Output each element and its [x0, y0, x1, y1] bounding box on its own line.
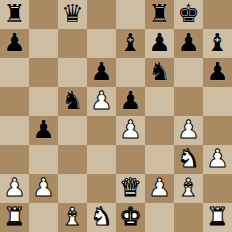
square-a6[interactable] [0, 58, 29, 87]
black-bishop-icon: ♝ [119, 29, 141, 57]
black-king-icon: ♚ [177, 0, 199, 28]
square-c4[interactable] [58, 116, 87, 145]
square-c6[interactable] [58, 58, 87, 87]
square-h5[interactable] [203, 87, 232, 116]
black-queen-icon: ♛ [61, 0, 83, 28]
square-h3[interactable]: ♟ [203, 145, 232, 174]
white-rook-icon: ♜ [3, 203, 25, 231]
square-h7[interactable]: ♝ [203, 29, 232, 58]
square-d6[interactable]: ♟ [87, 58, 116, 87]
square-c3[interactable] [58, 145, 87, 174]
white-pawn-icon: ♟ [148, 174, 170, 202]
square-a1[interactable]: ♜ [0, 203, 29, 232]
square-a8[interactable]: ♜ [0, 0, 29, 29]
square-f4[interactable] [145, 116, 174, 145]
black-pawn-icon: ♟ [90, 58, 112, 86]
square-g1[interactable] [174, 203, 203, 232]
square-a5[interactable] [0, 87, 29, 116]
square-f1[interactable] [145, 203, 174, 232]
square-f6[interactable]: ♞ [145, 58, 174, 87]
black-knight-icon: ♞ [148, 58, 170, 86]
white-bishop-icon: ♝ [177, 174, 199, 202]
black-pawn-icon: ♟ [177, 29, 199, 57]
square-h6[interactable]: ♟ [203, 58, 232, 87]
square-a4[interactable] [0, 116, 29, 145]
square-c1[interactable]: ♝ [58, 203, 87, 232]
square-g2[interactable]: ♝ [174, 174, 203, 203]
square-e4[interactable]: ♟ [116, 116, 145, 145]
white-queen-icon: ♛ [119, 174, 141, 202]
black-rook-icon: ♜ [148, 0, 170, 28]
square-f7[interactable]: ♟ [145, 29, 174, 58]
chess-board: ♜♛♜♚♟♝♟♟♝♟♞♟♞♟♟♟♟♟♞♟♟♟♛♟♝♜♝♞♚♜ [0, 0, 232, 232]
black-pawn-icon: ♟ [148, 29, 170, 57]
square-b6[interactable] [29, 58, 58, 87]
square-c2[interactable] [58, 174, 87, 203]
square-d7[interactable] [87, 29, 116, 58]
square-e8[interactable] [116, 0, 145, 29]
square-e2[interactable]: ♛ [116, 174, 145, 203]
white-pawn-icon: ♟ [32, 174, 54, 202]
square-b3[interactable] [29, 145, 58, 174]
white-pawn-icon: ♟ [177, 116, 199, 144]
square-b7[interactable] [29, 29, 58, 58]
white-rook-icon: ♜ [206, 203, 228, 231]
black-pawn-icon: ♟ [3, 29, 25, 57]
square-e3[interactable] [116, 145, 145, 174]
black-bishop-icon: ♝ [206, 29, 228, 57]
square-d5[interactable]: ♟ [87, 87, 116, 116]
white-knight-icon: ♞ [90, 203, 112, 231]
white-pawn-icon: ♟ [119, 116, 141, 144]
square-f3[interactable] [145, 145, 174, 174]
square-g4[interactable]: ♟ [174, 116, 203, 145]
square-a2[interactable]: ♟ [0, 174, 29, 203]
white-king-icon: ♚ [119, 203, 141, 231]
square-e6[interactable] [116, 58, 145, 87]
black-rook-icon: ♜ [3, 0, 25, 28]
square-a3[interactable] [0, 145, 29, 174]
black-knight-icon: ♞ [61, 87, 83, 115]
square-d2[interactable] [87, 174, 116, 203]
square-h8[interactable] [203, 0, 232, 29]
white-knight-icon: ♞ [177, 145, 199, 173]
square-e1[interactable]: ♚ [116, 203, 145, 232]
square-h1[interactable]: ♜ [203, 203, 232, 232]
white-pawn-icon: ♟ [3, 174, 25, 202]
square-g7[interactable]: ♟ [174, 29, 203, 58]
black-pawn-icon: ♟ [119, 87, 141, 115]
square-c8[interactable]: ♛ [58, 0, 87, 29]
square-d4[interactable] [87, 116, 116, 145]
square-b1[interactable] [29, 203, 58, 232]
square-d3[interactable] [87, 145, 116, 174]
square-c5[interactable]: ♞ [58, 87, 87, 116]
square-h4[interactable] [203, 116, 232, 145]
square-f8[interactable]: ♜ [145, 0, 174, 29]
square-a7[interactable]: ♟ [0, 29, 29, 58]
square-c7[interactable] [58, 29, 87, 58]
square-g6[interactable] [174, 58, 203, 87]
square-d8[interactable] [87, 0, 116, 29]
square-b8[interactable] [29, 0, 58, 29]
square-b5[interactable] [29, 87, 58, 116]
black-pawn-icon: ♟ [32, 116, 54, 144]
black-pawn-icon: ♟ [206, 58, 228, 86]
square-e7[interactable]: ♝ [116, 29, 145, 58]
square-b4[interactable]: ♟ [29, 116, 58, 145]
white-bishop-icon: ♝ [61, 203, 83, 231]
square-f2[interactable]: ♟ [145, 174, 174, 203]
square-g5[interactable] [174, 87, 203, 116]
square-h2[interactable] [203, 174, 232, 203]
white-pawn-icon: ♟ [206, 145, 228, 173]
square-f5[interactable] [145, 87, 174, 116]
square-g3[interactable]: ♞ [174, 145, 203, 174]
square-g8[interactable]: ♚ [174, 0, 203, 29]
square-b2[interactable]: ♟ [29, 174, 58, 203]
square-e5[interactable]: ♟ [116, 87, 145, 116]
white-pawn-icon: ♟ [90, 87, 112, 115]
square-d1[interactable]: ♞ [87, 203, 116, 232]
